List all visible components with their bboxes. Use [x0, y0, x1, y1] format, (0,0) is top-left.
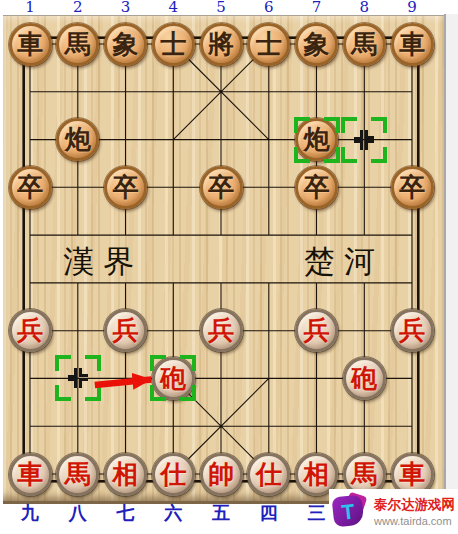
- bottom-file-label: 三: [308, 502, 326, 524]
- river-label-right: 楚河: [294, 243, 394, 279]
- window-edge: [444, 14, 458, 534]
- top-file-label: 5: [216, 0, 226, 15]
- crosshair-cursor-icon: [66, 366, 90, 390]
- black-piece[interactable]: 卒: [104, 166, 147, 209]
- bottom-file-label: 五: [212, 502, 230, 524]
- red-piece[interactable]: 相: [104, 453, 147, 496]
- black-piece[interactable]: 車: [9, 23, 52, 66]
- black-piece[interactable]: 士: [152, 23, 195, 66]
- red-piece[interactable]: 仕: [247, 453, 290, 496]
- black-piece[interactable]: 卒: [200, 166, 243, 209]
- black-piece[interactable]: 象: [295, 23, 338, 66]
- river-label-left: 漢界: [53, 243, 153, 279]
- selection-bracket: [150, 355, 196, 401]
- top-file-label: 4: [169, 0, 179, 15]
- watermark-logo-icon: T: [331, 492, 371, 532]
- black-piece[interactable]: 卒: [9, 166, 52, 209]
- black-piece[interactable]: 士: [247, 23, 290, 66]
- top-file-label: 9: [407, 0, 417, 15]
- black-piece[interactable]: 將: [200, 23, 243, 66]
- black-piece[interactable]: 卒: [295, 166, 338, 209]
- top-file-label: 7: [312, 0, 322, 15]
- bottom-file-label: 九: [21, 502, 39, 524]
- top-file-label: 3: [121, 0, 131, 15]
- red-piece[interactable]: 砲: [343, 357, 386, 400]
- black-piece[interactable]: 象: [104, 23, 147, 66]
- watermark-site-name: 泰尔达游戏网: [374, 496, 455, 514]
- red-piece[interactable]: 兵: [9, 309, 52, 352]
- watermark-logo-letter: T: [341, 499, 356, 521]
- xiangqi-app: 漢界 楚河 123456789九八七六五四三 車馬象士將士象馬車炮炮卒卒卒卒卒兵…: [0, 0, 458, 534]
- black-piece[interactable]: 馬: [343, 23, 386, 66]
- watermark-site-url: www.tairda.com: [374, 515, 455, 527]
- top-file-label: 8: [360, 0, 370, 15]
- red-piece[interactable]: 兵: [391, 309, 434, 352]
- bottom-file-label: 七: [117, 502, 135, 524]
- black-piece[interactable]: 車: [391, 23, 434, 66]
- top-file-label: 1: [25, 0, 35, 15]
- watermark: T 泰尔达游戏网 www.tairda.com: [329, 489, 458, 534]
- bottom-file-label: 八: [69, 502, 87, 524]
- red-piece[interactable]: 兵: [200, 309, 243, 352]
- black-piece[interactable]: 卒: [391, 166, 434, 209]
- top-file-label: 6: [264, 0, 274, 15]
- red-piece[interactable]: 馬: [56, 453, 99, 496]
- red-piece[interactable]: 車: [9, 453, 52, 496]
- bottom-file-label: 四: [260, 502, 278, 524]
- bottom-file-label: 六: [164, 502, 182, 524]
- crosshair-cursor-icon: [352, 128, 376, 152]
- red-piece[interactable]: 兵: [104, 309, 147, 352]
- top-file-label: 2: [73, 0, 83, 15]
- selection-bracket: [294, 117, 340, 163]
- red-piece[interactable]: 兵: [295, 309, 338, 352]
- black-piece[interactable]: 馬: [56, 23, 99, 66]
- red-piece[interactable]: 仕: [152, 453, 195, 496]
- red-piece[interactable]: 帥: [200, 453, 243, 496]
